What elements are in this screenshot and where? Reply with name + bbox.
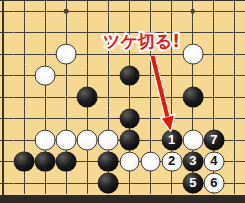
board-intersection [119,129,140,151]
board-intersection [203,43,224,65]
white-stone [35,65,56,86]
board-intersection [35,0,56,22]
board-intersection [140,65,161,87]
board-intersection [203,22,224,44]
board-intersection [182,86,203,108]
board-intersection [77,22,98,44]
diagram-top-border [0,0,245,1]
board-intersection [119,65,140,87]
move-number: 5 [189,176,196,189]
black-stone [14,151,35,172]
board-intersection [161,172,182,194]
white-stone-move-2: 2 [161,151,182,172]
board-intersection [56,172,77,194]
white-stone [182,44,203,65]
board-intersection [14,108,35,130]
white-stone [98,130,119,151]
black-stone [119,130,140,151]
board-intersection [77,108,98,130]
annotation-callout: ツケ切る! ツケ切る! [103,30,180,53]
board-intersection [161,108,182,130]
board-intersection [98,86,119,108]
board-intersection [77,129,98,151]
move-number: 4 [210,154,217,167]
board-intersection [14,0,35,22]
board-intersection [224,151,245,173]
board-intersection [203,86,224,108]
board-intersection [77,43,98,65]
board-intersection [224,108,245,130]
move-number: 7 [210,133,217,146]
board-intersection [56,151,77,173]
board-intersection [140,151,161,173]
board-intersection [14,172,35,194]
board-intersection [224,65,245,87]
board-intersection [161,65,182,87]
board-intersection [224,172,245,194]
board-intersection: 2 [161,151,182,173]
board-intersection [77,151,98,173]
board-intersection [203,65,224,87]
annotation-text: ツケ切る! [103,31,180,51]
board-intersection: 7 [203,129,224,151]
white-stone [119,151,140,172]
move-number: 3 [189,154,196,167]
black-stone [98,151,119,172]
board-intersection [203,0,224,22]
board-intersection [140,129,161,151]
white-stone [77,130,98,151]
board-intersection [140,172,161,194]
board-intersection [35,129,56,151]
black-stone [35,151,56,172]
board-intersection [224,86,245,108]
board-intersection [14,22,35,44]
board-intersection [182,43,203,65]
white-stone [56,130,77,151]
move-number: 6 [210,176,217,189]
board-intersection [77,86,98,108]
board-intersection [119,108,140,130]
move-number: 2 [168,154,175,167]
board-intersection [77,0,98,22]
board-intersection [140,108,161,130]
board-intersection [182,65,203,87]
white-stone [182,130,203,151]
board-intersection [224,22,245,44]
diagram-bottom-border [0,195,245,203]
board-intersection: 3 [182,151,203,173]
board-intersection [35,172,56,194]
black-stone [56,151,77,172]
board-intersection [35,22,56,44]
board-intersection [56,65,77,87]
board-intersection [35,65,56,87]
move-number: 1 [168,133,175,146]
board-intersection [224,0,245,22]
board-intersection [14,151,35,173]
board-intersection [56,43,77,65]
white-stone [140,151,161,172]
board-intersection [35,86,56,108]
board-intersection [119,0,140,22]
black-stone-move-3: 3 [182,151,203,172]
black-stone [77,87,98,108]
board-intersection [35,151,56,173]
board-intersection [14,43,35,65]
white-stone [56,44,77,65]
board-intersection [98,151,119,173]
board-intersection [224,43,245,65]
board-intersection [140,0,161,22]
black-stone-move-1: 1 [161,130,182,151]
board-intersection: 6 [203,172,224,194]
black-stone [119,65,140,86]
board-intersection [161,86,182,108]
board-intersection [35,108,56,130]
board-intersection [98,0,119,22]
board-intersection [56,108,77,130]
star-point [56,0,77,22]
board-intersection [14,86,35,108]
board-intersection [119,151,140,173]
black-stone-move-7: 7 [203,130,224,151]
board-intersection [182,108,203,130]
black-stone-move-5: 5 [182,173,203,194]
board-intersection [14,65,35,87]
board-intersection [203,108,224,130]
board-intersection: 1 [161,129,182,151]
board-intersection [119,172,140,194]
board-intersection [140,86,161,108]
board-intersection [14,129,35,151]
go-diagram: 1723456 ツケ切る! ツケ切る! [0,0,245,203]
board-intersection [77,65,98,87]
star-point [182,0,203,22]
board-intersection [224,129,245,151]
board-intersection [182,129,203,151]
board-intersection [98,129,119,151]
board-left-edge-line [2,0,5,195]
board-intersection [119,86,140,108]
board-intersection [77,172,98,194]
black-stone [182,87,203,108]
white-stone [35,130,56,151]
board-intersection [56,22,77,44]
board-intersection [98,108,119,130]
board-intersection [98,65,119,87]
board-intersection [56,129,77,151]
board-intersection [98,172,119,194]
white-stone-move-6: 6 [203,173,224,194]
board-intersection [56,86,77,108]
board-intersection [35,43,56,65]
white-stone-move-4: 4 [203,151,224,172]
board-intersection [161,0,182,22]
board-intersection [182,22,203,44]
black-stone [98,173,119,194]
black-stone [119,108,140,129]
board-intersection: 4 [203,151,224,173]
board-intersection: 5 [182,172,203,194]
